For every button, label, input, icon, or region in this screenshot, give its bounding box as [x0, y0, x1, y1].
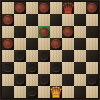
square-r2c6[interactable]: [62, 14, 74, 26]
square-r1c4[interactable]: [38, 2, 50, 14]
square-r1c6[interactable]: ♛: [62, 2, 74, 14]
dark-man[interactable]: [63, 27, 74, 38]
square-r8c8[interactable]: [86, 86, 98, 98]
light-man[interactable]: [39, 51, 50, 62]
square-r1c8[interactable]: [86, 2, 98, 14]
square-r2c5[interactable]: [50, 14, 62, 26]
square-r3c8[interactable]: [86, 26, 98, 38]
square-r2c7[interactable]: [74, 14, 86, 26]
square-r7c1[interactable]: [2, 74, 14, 86]
square-r1c1[interactable]: [2, 2, 14, 14]
light-man[interactable]: [15, 51, 26, 62]
light-man[interactable]: [27, 87, 38, 98]
square-r1c3[interactable]: [26, 2, 38, 14]
light-man[interactable]: [51, 63, 62, 74]
dark-man[interactable]: [3, 15, 14, 26]
square-r8c6[interactable]: [62, 86, 74, 98]
light-man[interactable]: [39, 75, 50, 86]
light-man[interactable]: [87, 75, 98, 86]
dark-man[interactable]: [51, 39, 62, 50]
square-r4c3[interactable]: [26, 38, 38, 50]
square-r6c6[interactable]: [62, 62, 74, 74]
square-r3c6[interactable]: [62, 26, 74, 38]
square-r6c2[interactable]: [14, 62, 26, 74]
square-r5c2[interactable]: [14, 50, 26, 62]
square-r2c2[interactable]: [14, 14, 26, 26]
square-r1c7[interactable]: [74, 2, 86, 14]
dark-man[interactable]: [3, 39, 14, 50]
dark-man[interactable]: [39, 27, 50, 38]
square-r5c5[interactable]: [50, 50, 62, 62]
square-r2c3[interactable]: [26, 14, 38, 26]
square-r2c1[interactable]: [2, 14, 14, 26]
square-r3c1[interactable]: [2, 26, 14, 38]
square-r2c8[interactable]: [86, 14, 98, 26]
square-r8c1[interactable]: [2, 86, 14, 98]
square-r4c7[interactable]: [74, 38, 86, 50]
square-r4c1[interactable]: [2, 38, 14, 50]
square-r7c7[interactable]: [74, 74, 86, 86]
square-r3c4[interactable]: [38, 26, 50, 38]
checkers-board-frame: ♛♛: [0, 0, 100, 100]
square-r5c4[interactable]: [38, 50, 50, 62]
square-r6c7[interactable]: [74, 62, 86, 74]
square-r5c6[interactable]: [62, 50, 74, 62]
square-r7c2[interactable]: [14, 74, 26, 86]
square-r3c2[interactable]: [14, 26, 26, 38]
square-r5c7[interactable]: [74, 50, 86, 62]
dark-man[interactable]: [39, 3, 50, 14]
square-r2c4[interactable]: [38, 14, 50, 26]
dark-king[interactable]: ♛: [51, 87, 62, 98]
square-r8c5[interactable]: ♛: [50, 86, 62, 98]
square-r7c6[interactable]: [62, 74, 74, 86]
square-r7c3[interactable]: [26, 74, 38, 86]
square-r3c7[interactable]: [74, 26, 86, 38]
square-r6c8[interactable]: [86, 62, 98, 74]
square-r8c7[interactable]: [74, 86, 86, 98]
square-r5c1[interactable]: [2, 50, 14, 62]
square-r5c8[interactable]: [86, 50, 98, 62]
square-r3c5[interactable]: [50, 26, 62, 38]
square-r8c2[interactable]: [14, 86, 26, 98]
square-r1c2[interactable]: [14, 2, 26, 14]
light-man[interactable]: [15, 75, 26, 86]
light-man[interactable]: [3, 63, 14, 74]
square-r7c8[interactable]: [86, 74, 98, 86]
square-r6c4[interactable]: [38, 62, 50, 74]
square-r5c3[interactable]: [26, 50, 38, 62]
square-r4c5[interactable]: [50, 38, 62, 50]
dark-man[interactable]: [15, 3, 26, 14]
square-r4c2[interactable]: [14, 38, 26, 50]
square-r6c5[interactable]: [50, 62, 62, 74]
square-r4c6[interactable]: [62, 38, 74, 50]
square-r4c8[interactable]: [86, 38, 98, 50]
light-king[interactable]: ♛: [63, 3, 74, 14]
square-r4c4[interactable]: [38, 38, 50, 50]
square-r3c3[interactable]: [26, 26, 38, 38]
square-r8c3[interactable]: [26, 86, 38, 98]
dark-man[interactable]: [87, 3, 98, 14]
checkers-board: ♛♛: [2, 2, 98, 98]
square-r6c1[interactable]: [2, 62, 14, 74]
light-man[interactable]: [27, 63, 38, 74]
square-r6c3[interactable]: [26, 62, 38, 74]
